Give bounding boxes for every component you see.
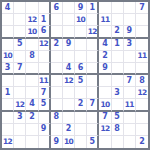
cell-r8c3[interactable]: [26, 87, 38, 99]
cell-r1c10[interactable]: [112, 2, 124, 14]
cell-r3c4[interactable]: 6: [39, 26, 51, 38]
cell-r3c12[interactable]: [136, 26, 148, 38]
cell-r7c9[interactable]: [99, 75, 111, 87]
cell-r4c8[interactable]: [87, 39, 99, 51]
cell-r6c5[interactable]: [51, 63, 63, 75]
cell-r11c11[interactable]: [124, 124, 136, 136]
cell-r4c10[interactable]: 1: [112, 39, 124, 51]
cell-r4c1[interactable]: [2, 39, 14, 51]
cell-r11c6[interactable]: 2: [63, 124, 75, 136]
cell-r11c5[interactable]: [51, 124, 63, 136]
cell-r11c2[interactable]: [14, 124, 26, 136]
cell-r11c3[interactable]: [26, 124, 38, 136]
cell-r8c9[interactable]: [99, 87, 111, 99]
cell-r8c12[interactable]: 12: [136, 87, 148, 99]
cell-r7c7[interactable]: 5: [75, 75, 87, 87]
cell-r9c3[interactable]: 4: [26, 99, 38, 111]
cell-r6c10[interactable]: [112, 63, 124, 75]
cell-r9c6[interactable]: [63, 99, 75, 111]
cell-r1c9[interactable]: [99, 2, 111, 14]
cell-r2c8[interactable]: [87, 14, 99, 26]
cell-r12c5[interactable]: 9: [51, 136, 63, 148]
cell-r12c11[interactable]: [124, 136, 136, 148]
cell-r1c12[interactable]: 7: [136, 2, 148, 14]
cell-r12c9[interactable]: [99, 136, 111, 148]
cell-r4c5[interactable]: 2: [51, 39, 63, 51]
cell-r1c4[interactable]: [39, 2, 51, 14]
cell-r12c4[interactable]: [39, 136, 51, 148]
cell-r11c12[interactable]: [136, 124, 148, 136]
cell-r4c11[interactable]: 3: [124, 39, 136, 51]
cell-r3c1[interactable]: [2, 26, 14, 38]
cell-r6c3[interactable]: [26, 63, 38, 75]
cell-r6c9[interactable]: 9: [99, 63, 111, 75]
cell-r9c12[interactable]: [136, 99, 148, 111]
cell-r2c4[interactable]: 1: [39, 14, 51, 26]
cell-r1c11[interactable]: [124, 2, 136, 14]
cell-r2c7[interactable]: 10: [75, 14, 87, 26]
cell-r7c6[interactable]: 12: [63, 75, 75, 87]
cell-r7c2[interactable]: [14, 75, 26, 87]
cell-r9c11[interactable]: 11: [124, 99, 136, 111]
cell-r4c2[interactable]: 5: [14, 39, 26, 51]
cell-r5c2[interactable]: [14, 51, 26, 63]
cell-r4c3[interactable]: [26, 39, 38, 51]
sudoku-app: 4691712110111061229512294131082113746911…: [0, 0, 150, 150]
cell-r4c6[interactable]: 9: [63, 39, 75, 51]
cell-r4c9[interactable]: 4: [99, 39, 111, 51]
cell-r7c11[interactable]: 7: [124, 75, 136, 87]
cell-r6c1[interactable]: 3: [2, 63, 14, 75]
cell-r3c2[interactable]: [14, 26, 26, 38]
cell-r10c5[interactable]: 8: [51, 112, 63, 124]
cell-r4c12[interactable]: [136, 39, 148, 51]
cell-r6c11[interactable]: [124, 63, 136, 75]
cell-r3c10[interactable]: 2: [112, 26, 124, 38]
cell-r1c7[interactable]: 9: [75, 2, 87, 14]
cell-r11c7[interactable]: [75, 124, 87, 136]
cell-r8c7[interactable]: [75, 87, 87, 99]
cell-r7c12[interactable]: 8: [136, 75, 148, 87]
cell-r5c7[interactable]: [75, 51, 87, 63]
cell-r8c5[interactable]: [51, 87, 63, 99]
cell-r3c11[interactable]: 9: [124, 26, 136, 38]
cell-r2c12[interactable]: [136, 14, 148, 26]
cell-r9c2[interactable]: 12: [14, 99, 26, 111]
cell-r7c5[interactable]: [51, 75, 63, 87]
cell-r12c1[interactable]: 12: [2, 136, 14, 148]
cell-r1c3[interactable]: [26, 2, 38, 14]
cell-r1c5[interactable]: 6: [51, 2, 63, 14]
cell-r8c2[interactable]: [14, 87, 26, 99]
cell-r7c8[interactable]: [87, 75, 99, 87]
cell-r8c8[interactable]: [87, 87, 99, 99]
cell-r12c6[interactable]: 10: [63, 136, 75, 148]
cell-r8c4[interactable]: 7: [39, 87, 51, 99]
cell-r10c6[interactable]: [63, 112, 75, 124]
cell-r10c9[interactable]: 7: [99, 112, 111, 124]
cell-r6c6[interactable]: 4: [63, 63, 75, 75]
cell-r7c10[interactable]: [112, 75, 124, 87]
cell-r7c3[interactable]: [26, 75, 38, 87]
cell-r8c1[interactable]: 1: [2, 87, 14, 99]
cell-r10c8[interactable]: [87, 112, 99, 124]
cell-r12c7[interactable]: [75, 136, 87, 148]
cell-r10c12[interactable]: [136, 112, 148, 124]
cell-r11c8[interactable]: [87, 124, 99, 136]
cell-r4c4[interactable]: 12: [39, 39, 51, 51]
cell-r1c2[interactable]: [14, 2, 26, 14]
cell-r11c1[interactable]: [2, 124, 14, 136]
cell-r12c2[interactable]: [14, 136, 26, 148]
cell-r1c1[interactable]: 4: [2, 2, 14, 14]
cell-r6c2[interactable]: 7: [14, 63, 26, 75]
cell-r6c4[interactable]: [39, 63, 51, 75]
cell-r8c10[interactable]: 3: [112, 87, 124, 99]
cell-r5c10[interactable]: [112, 51, 124, 63]
cell-r2c9[interactable]: 11: [99, 14, 111, 26]
cell-r9c1[interactable]: [2, 99, 14, 111]
cell-r10c4[interactable]: [39, 112, 51, 124]
cell-r9c7[interactable]: 2: [75, 99, 87, 111]
cell-r2c1[interactable]: [2, 14, 14, 26]
cell-r2c3[interactable]: 12: [26, 14, 38, 26]
cell-r10c1[interactable]: [2, 112, 14, 124]
cell-r5c12[interactable]: 11: [136, 51, 148, 63]
cell-r11c4[interactable]: 9: [39, 124, 51, 136]
cell-r3c3[interactable]: 10: [26, 26, 38, 38]
cell-r10c3[interactable]: 2: [26, 112, 38, 124]
cell-r5c1[interactable]: 10: [2, 51, 14, 63]
cell-r4c7[interactable]: [75, 39, 87, 51]
cell-r7c1[interactable]: [2, 75, 14, 87]
cell-r9c10[interactable]: [112, 99, 124, 111]
cell-r12c8[interactable]: 5: [87, 136, 99, 148]
cell-r12c10[interactable]: [112, 136, 124, 148]
cell-r10c2[interactable]: 3: [14, 112, 26, 124]
cell-r2c10[interactable]: [112, 14, 124, 26]
cell-r5c4[interactable]: [39, 51, 51, 63]
cell-r8c6[interactable]: [63, 87, 75, 99]
cell-r9c8[interactable]: 7: [87, 99, 99, 111]
cell-r5c6[interactable]: [63, 51, 75, 63]
cell-r3c5[interactable]: [51, 26, 63, 38]
cell-r2c11[interactable]: [124, 14, 136, 26]
cell-r3c7[interactable]: [75, 26, 87, 38]
cell-r3c6[interactable]: [63, 26, 75, 38]
cell-r12c12[interactable]: 2: [136, 136, 148, 148]
cell-r9c9[interactable]: 10: [99, 99, 111, 111]
sudoku-board: 4691712110111061229512294131082113746911…: [0, 0, 150, 150]
cell-r3c8[interactable]: 12: [87, 26, 99, 38]
cell-r5c3[interactable]: 8: [26, 51, 38, 63]
cell-r1c8[interactable]: 1: [87, 2, 99, 14]
cell-r11c9[interactable]: 12: [99, 124, 111, 136]
cell-r5c9[interactable]: 2: [99, 51, 111, 63]
cell-r8c11[interactable]: [124, 87, 136, 99]
cell-r12c3[interactable]: [26, 136, 38, 148]
cell-r2c2[interactable]: [14, 14, 26, 26]
cell-r6c7[interactable]: 6: [75, 63, 87, 75]
cell-r10c10[interactable]: 5: [112, 112, 124, 124]
cell-r2c6[interactable]: [63, 14, 75, 26]
cell-r11c10[interactable]: 8: [112, 124, 124, 136]
cell-r5c8[interactable]: [87, 51, 99, 63]
cell-r9c5[interactable]: [51, 99, 63, 111]
cell-r5c5[interactable]: [51, 51, 63, 63]
cell-r7c4[interactable]: 11: [39, 75, 51, 87]
cell-r6c8[interactable]: [87, 63, 99, 75]
cell-r10c11[interactable]: [124, 112, 136, 124]
cell-r1c6[interactable]: [63, 2, 75, 14]
cell-r10c7[interactable]: [75, 112, 87, 124]
cell-r3c9[interactable]: [99, 26, 111, 38]
cell-r5c11[interactable]: [124, 51, 136, 63]
cell-r2c5[interactable]: [51, 14, 63, 26]
cell-r9c4[interactable]: 5: [39, 99, 51, 111]
cell-r6c12[interactable]: [136, 63, 148, 75]
